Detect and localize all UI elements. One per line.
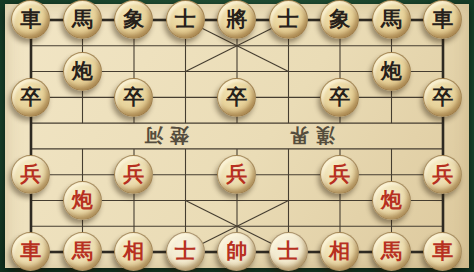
piece-black-soldier[interactable]: 卒	[320, 78, 359, 117]
piece-red-soldier[interactable]: 兵	[217, 155, 256, 194]
piece-red-chariot[interactable]: 車	[11, 232, 50, 271]
piece-black-cannon[interactable]: 炮	[372, 52, 411, 91]
table-felt-background: 楚河 漢界 車馬象士將士象馬車炮炮卒卒卒卒卒兵兵兵兵兵炮炮車馬相士帥士相馬車	[0, 0, 474, 272]
piece-red-cannon[interactable]: 炮	[372, 181, 411, 220]
piece-red-elephant[interactable]: 相	[320, 232, 359, 271]
piece-black-advisor[interactable]: 士	[166, 0, 205, 39]
piece-red-chariot[interactable]: 車	[423, 232, 462, 271]
piece-black-soldier[interactable]: 卒	[423, 78, 462, 117]
xiangqi-board: 楚河 漢界 車馬象士將士象馬車炮炮卒卒卒卒卒兵兵兵兵兵炮炮車馬相士帥士相馬車	[5, 4, 469, 268]
piece-red-elephant[interactable]: 相	[114, 232, 153, 271]
piece-red-advisor[interactable]: 士	[166, 232, 205, 271]
piece-red-advisor[interactable]: 士	[269, 232, 308, 271]
piece-black-chariot[interactable]: 車	[423, 0, 462, 39]
piece-red-soldier[interactable]: 兵	[11, 155, 50, 194]
piece-black-chariot[interactable]: 車	[11, 0, 50, 39]
piece-black-elephant[interactable]: 象	[114, 0, 153, 39]
piece-red-soldier[interactable]: 兵	[320, 155, 359, 194]
piece-black-soldier[interactable]: 卒	[11, 78, 50, 117]
piece-black-horse[interactable]: 馬	[63, 0, 102, 39]
piece-black-cannon[interactable]: 炮	[63, 52, 102, 91]
piece-red-horse[interactable]: 馬	[63, 232, 102, 271]
piece-red-cannon[interactable]: 炮	[63, 181, 102, 220]
pieces-layer: 車馬象士將士象馬車炮炮卒卒卒卒卒兵兵兵兵兵炮炮車馬相士帥士相馬車	[5, 7, 469, 265]
piece-black-advisor[interactable]: 士	[269, 0, 308, 39]
piece-red-soldier[interactable]: 兵	[114, 155, 153, 194]
piece-black-soldier[interactable]: 卒	[217, 78, 256, 117]
piece-black-general[interactable]: 將	[217, 0, 256, 39]
piece-red-general[interactable]: 帥	[217, 232, 256, 271]
piece-black-horse[interactable]: 馬	[372, 0, 411, 39]
piece-black-elephant[interactable]: 象	[320, 0, 359, 39]
piece-red-horse[interactable]: 馬	[372, 232, 411, 271]
piece-red-soldier[interactable]: 兵	[423, 155, 462, 194]
piece-black-soldier[interactable]: 卒	[114, 78, 153, 117]
